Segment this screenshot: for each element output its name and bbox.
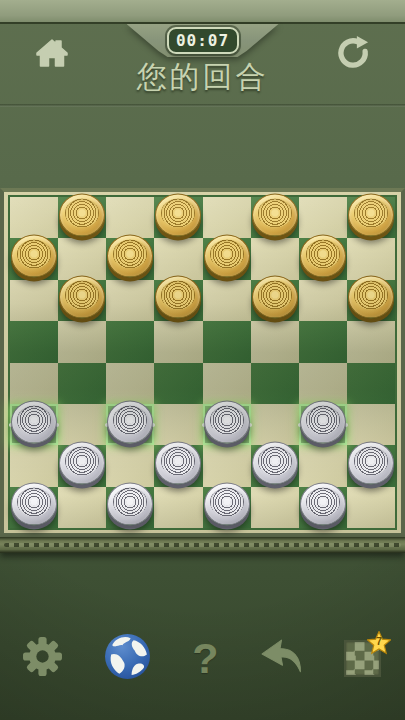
board-square (347, 238, 395, 279)
question-mark-icon: ? (192, 637, 218, 680)
board-square (106, 445, 154, 486)
home-button[interactable] (34, 37, 70, 69)
board-square (299, 197, 347, 238)
board-square (154, 238, 202, 279)
board-square (58, 404, 106, 445)
refresh-button[interactable] (334, 35, 372, 70)
board-square (299, 280, 347, 321)
board-square[interactable] (10, 321, 58, 362)
bottom-toolbar: ? 7 (0, 628, 405, 688)
board-square (203, 363, 251, 404)
gold-piece[interactable] (300, 235, 346, 278)
board-square[interactable] (251, 197, 299, 238)
header-ridge (0, 104, 405, 107)
silver-piece[interactable] (204, 483, 250, 526)
gold-piece[interactable] (59, 193, 105, 236)
board-square[interactable] (347, 197, 395, 238)
board-square (347, 487, 395, 528)
gold-piece[interactable] (59, 276, 105, 319)
board-square[interactable] (299, 238, 347, 279)
board-square (251, 321, 299, 362)
achievements-button[interactable]: 7 (344, 640, 381, 677)
silver-piece[interactable] (300, 400, 346, 443)
gold-piece[interactable] (252, 193, 298, 236)
board-square (10, 363, 58, 404)
board-square[interactable] (58, 363, 106, 404)
gold-piece[interactable] (11, 235, 57, 278)
gold-piece[interactable] (252, 276, 298, 319)
board-square (299, 363, 347, 404)
board-square (154, 404, 202, 445)
checkers-board (0, 188, 405, 537)
board-square[interactable] (203, 238, 251, 279)
board-square[interactable] (154, 363, 202, 404)
badge-count: 7 (367, 636, 391, 647)
board-square (347, 321, 395, 362)
move-timer: 00:07 (167, 27, 239, 54)
board-square[interactable] (347, 280, 395, 321)
silver-piece[interactable] (300, 483, 346, 526)
gold-piece[interactable] (348, 193, 394, 236)
board-square[interactable] (203, 404, 251, 445)
silver-piece[interactable] (107, 483, 153, 526)
refresh-icon (334, 58, 372, 73)
board-square (251, 238, 299, 279)
silver-piece[interactable] (155, 441, 201, 484)
settings-button[interactable] (22, 636, 63, 680)
globe-icon (103, 632, 152, 684)
home-icon (34, 57, 70, 72)
board-square (203, 445, 251, 486)
board-squares (8, 195, 397, 530)
board-square[interactable] (299, 487, 347, 528)
silver-piece[interactable] (107, 400, 153, 443)
gold-piece[interactable] (204, 235, 250, 278)
board-square (251, 487, 299, 528)
board-square (106, 363, 154, 404)
board-square[interactable] (106, 487, 154, 528)
board-square[interactable] (154, 280, 202, 321)
board-square (58, 238, 106, 279)
silver-piece[interactable] (252, 441, 298, 484)
board-square (299, 445, 347, 486)
board-square[interactable] (203, 321, 251, 362)
board-square (106, 280, 154, 321)
board-square[interactable] (154, 445, 202, 486)
board-square[interactable] (347, 363, 395, 404)
board-square (347, 404, 395, 445)
board-square[interactable] (106, 404, 154, 445)
board-square[interactable] (251, 280, 299, 321)
board-square[interactable] (251, 445, 299, 486)
language-button[interactable] (103, 632, 152, 684)
board-square (251, 404, 299, 445)
board-square (58, 321, 106, 362)
board-square[interactable] (154, 197, 202, 238)
gold-piece[interactable] (348, 276, 394, 319)
board-square (154, 487, 202, 528)
gold-piece[interactable] (155, 193, 201, 236)
gold-piece[interactable] (107, 235, 153, 278)
board-square[interactable] (10, 238, 58, 279)
silver-piece[interactable] (11, 483, 57, 526)
board-square (10, 445, 58, 486)
board-stitch-trim (0, 537, 405, 553)
silver-piece[interactable] (348, 441, 394, 484)
undo-arrow-icon (259, 638, 304, 678)
top-strip (0, 0, 405, 24)
star-badge-icon: 7 (367, 631, 391, 655)
board-square[interactable] (10, 404, 58, 445)
app-screen: 00:07 您的回合 (0, 0, 405, 720)
gear-icon (22, 636, 63, 680)
silver-piece[interactable] (11, 400, 57, 443)
help-button[interactable]: ? (192, 637, 218, 680)
board-square (154, 321, 202, 362)
board-square (106, 197, 154, 238)
board-square (10, 280, 58, 321)
board-square (10, 197, 58, 238)
silver-piece[interactable] (204, 400, 250, 443)
board-square[interactable] (58, 280, 106, 321)
board-square (203, 280, 251, 321)
timer-value: 00:07 (176, 31, 229, 50)
board-square[interactable] (58, 197, 106, 238)
board-square[interactable] (251, 363, 299, 404)
board-square[interactable] (106, 321, 154, 362)
board-square[interactable] (299, 404, 347, 445)
board-square[interactable] (203, 487, 251, 528)
board-square[interactable] (58, 445, 106, 486)
board-square[interactable] (10, 487, 58, 528)
undo-button[interactable] (259, 638, 304, 678)
board-square[interactable] (347, 445, 395, 486)
board-square (203, 197, 251, 238)
gold-piece[interactable] (155, 276, 201, 319)
board-square (58, 487, 106, 528)
silver-piece[interactable] (59, 441, 105, 484)
board-square[interactable] (299, 321, 347, 362)
board-square[interactable] (106, 238, 154, 279)
